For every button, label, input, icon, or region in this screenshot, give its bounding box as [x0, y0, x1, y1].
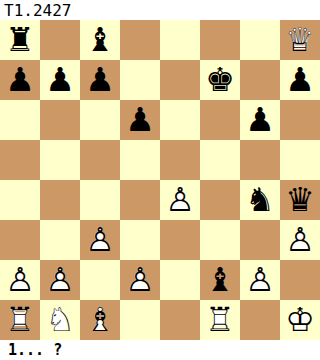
piece-white-knight[interactable]: ♞♘	[40, 300, 80, 340]
square-h7[interactable]: ♟	[280, 60, 320, 100]
square-e8[interactable]	[160, 20, 200, 60]
piece-outline: ♖	[0, 300, 40, 340]
square-d1[interactable]	[120, 300, 160, 340]
square-f8[interactable]	[200, 20, 240, 60]
square-f4[interactable]	[200, 180, 240, 220]
square-a4[interactable]	[0, 180, 40, 220]
square-b7[interactable]: ♟	[40, 60, 80, 100]
square-c3[interactable]: ♟♙	[80, 220, 120, 260]
piece-outline: ♙	[280, 220, 320, 260]
square-a2[interactable]: ♟♙	[0, 260, 40, 300]
square-e1[interactable]	[160, 300, 200, 340]
piece-outline: ♙	[160, 180, 200, 220]
square-h2[interactable]	[280, 260, 320, 300]
square-b5[interactable]	[40, 140, 80, 180]
piece-white-pawn[interactable]: ♟♙	[120, 260, 160, 300]
square-d2[interactable]: ♟♙	[120, 260, 160, 300]
task-title: T1.2427	[0, 0, 320, 20]
piece-outline: ♙	[80, 220, 120, 260]
square-d5[interactable]	[120, 140, 160, 180]
square-c1[interactable]: ♝♗	[80, 300, 120, 340]
piece-white-pawn[interactable]: ♟♙	[280, 220, 320, 260]
square-a7[interactable]: ♟	[0, 60, 40, 100]
square-b2[interactable]: ♟♙	[40, 260, 80, 300]
square-g8[interactable]	[240, 20, 280, 60]
piece-outline: ♔	[280, 300, 320, 340]
square-g1[interactable]	[240, 300, 280, 340]
square-g3[interactable]	[240, 220, 280, 260]
piece-black-rook[interactable]: ♜	[0, 20, 40, 60]
piece-black-king[interactable]: ♚	[200, 60, 240, 100]
piece-white-pawn[interactable]: ♟♙	[0, 260, 40, 300]
square-b3[interactable]	[40, 220, 80, 260]
piece-outline: ♘	[40, 300, 80, 340]
piece-white-pawn[interactable]: ♟♙	[80, 220, 120, 260]
piece-outline: ♗	[80, 300, 120, 340]
square-a5[interactable]	[0, 140, 40, 180]
piece-white-pawn[interactable]: ♟♙	[160, 180, 200, 220]
square-b1[interactable]: ♞♘	[40, 300, 80, 340]
square-a8[interactable]: ♜	[0, 20, 40, 60]
piece-outline: ♕	[280, 20, 320, 60]
square-a1[interactable]: ♜♖	[0, 300, 40, 340]
piece-white-bishop[interactable]: ♝♗	[80, 300, 120, 340]
square-e5[interactable]	[160, 140, 200, 180]
square-d7[interactable]	[120, 60, 160, 100]
piece-black-pawn[interactable]: ♟	[120, 100, 160, 140]
piece-white-rook[interactable]: ♜♖	[200, 300, 240, 340]
square-f2[interactable]: ♝	[200, 260, 240, 300]
square-g4[interactable]: ♞	[240, 180, 280, 220]
square-g5[interactable]	[240, 140, 280, 180]
piece-white-queen[interactable]: ♛♕	[280, 20, 320, 60]
piece-outline: ♙	[120, 260, 160, 300]
piece-black-knight[interactable]: ♞	[240, 180, 280, 220]
square-d3[interactable]	[120, 220, 160, 260]
piece-outline: ♙	[0, 260, 40, 300]
square-c8[interactable]: ♝	[80, 20, 120, 60]
piece-white-pawn[interactable]: ♟♙	[40, 260, 80, 300]
square-f3[interactable]	[200, 220, 240, 260]
piece-black-bishop[interactable]: ♝	[200, 260, 240, 300]
piece-outline: ♙	[240, 260, 280, 300]
square-g6[interactable]: ♟	[240, 100, 280, 140]
square-h5[interactable]	[280, 140, 320, 180]
piece-black-pawn[interactable]: ♟	[240, 100, 280, 140]
square-c6[interactable]	[80, 100, 120, 140]
square-e2[interactable]	[160, 260, 200, 300]
square-e7[interactable]	[160, 60, 200, 100]
move-prompt: 1... ?	[0, 340, 320, 360]
square-d8[interactable]	[120, 20, 160, 60]
square-a3[interactable]	[0, 220, 40, 260]
square-c5[interactable]	[80, 140, 120, 180]
square-e6[interactable]	[160, 100, 200, 140]
square-a6[interactable]	[0, 100, 40, 140]
square-f1[interactable]: ♜♖	[200, 300, 240, 340]
piece-outline: ♙	[40, 260, 80, 300]
square-g7[interactable]	[240, 60, 280, 100]
square-h1[interactable]: ♚♔	[280, 300, 320, 340]
piece-white-rook[interactable]: ♜♖	[0, 300, 40, 340]
square-b6[interactable]	[40, 100, 80, 140]
piece-black-pawn[interactable]: ♟	[40, 60, 80, 100]
piece-white-king[interactable]: ♚♔	[280, 300, 320, 340]
square-b4[interactable]	[40, 180, 80, 220]
chess-board: ♜♝♛♕♟♟♟♚♟♟♟♟♙♞♛♟♙♟♙♟♙♟♙♟♙♝♟♙♜♖♞♘♝♗♜♖♚♔	[0, 20, 320, 340]
chess-trainer-window: T1.2427 ♜♝♛♕♟♟♟♚♟♟♟♟♙♞♛♟♙♟♙♟♙♟♙♟♙♝♟♙♜♖♞♘…	[0, 0, 320, 360]
square-f5[interactable]	[200, 140, 240, 180]
square-g2[interactable]: ♟♙	[240, 260, 280, 300]
square-h6[interactable]	[280, 100, 320, 140]
square-h8[interactable]: ♛♕	[280, 20, 320, 60]
square-e4[interactable]: ♟♙	[160, 180, 200, 220]
square-b8[interactable]	[40, 20, 80, 60]
square-e3[interactable]	[160, 220, 200, 260]
square-f6[interactable]	[200, 100, 240, 140]
piece-outline: ♖	[200, 300, 240, 340]
piece-white-pawn[interactable]: ♟♙	[240, 260, 280, 300]
piece-black-pawn[interactable]: ♟	[280, 60, 320, 100]
square-c7[interactable]: ♟	[80, 60, 120, 100]
piece-black-bishop[interactable]: ♝	[80, 20, 120, 60]
square-h3[interactable]: ♟♙	[280, 220, 320, 260]
square-f7[interactable]: ♚	[200, 60, 240, 100]
square-c4[interactable]	[80, 180, 120, 220]
piece-black-queen[interactable]: ♛	[280, 180, 320, 220]
piece-black-pawn[interactable]: ♟	[80, 60, 120, 100]
square-d4[interactable]	[120, 180, 160, 220]
piece-black-pawn[interactable]: ♟	[0, 60, 40, 100]
square-c2[interactable]	[80, 260, 120, 300]
square-h4[interactable]: ♛	[280, 180, 320, 220]
square-d6[interactable]: ♟	[120, 100, 160, 140]
